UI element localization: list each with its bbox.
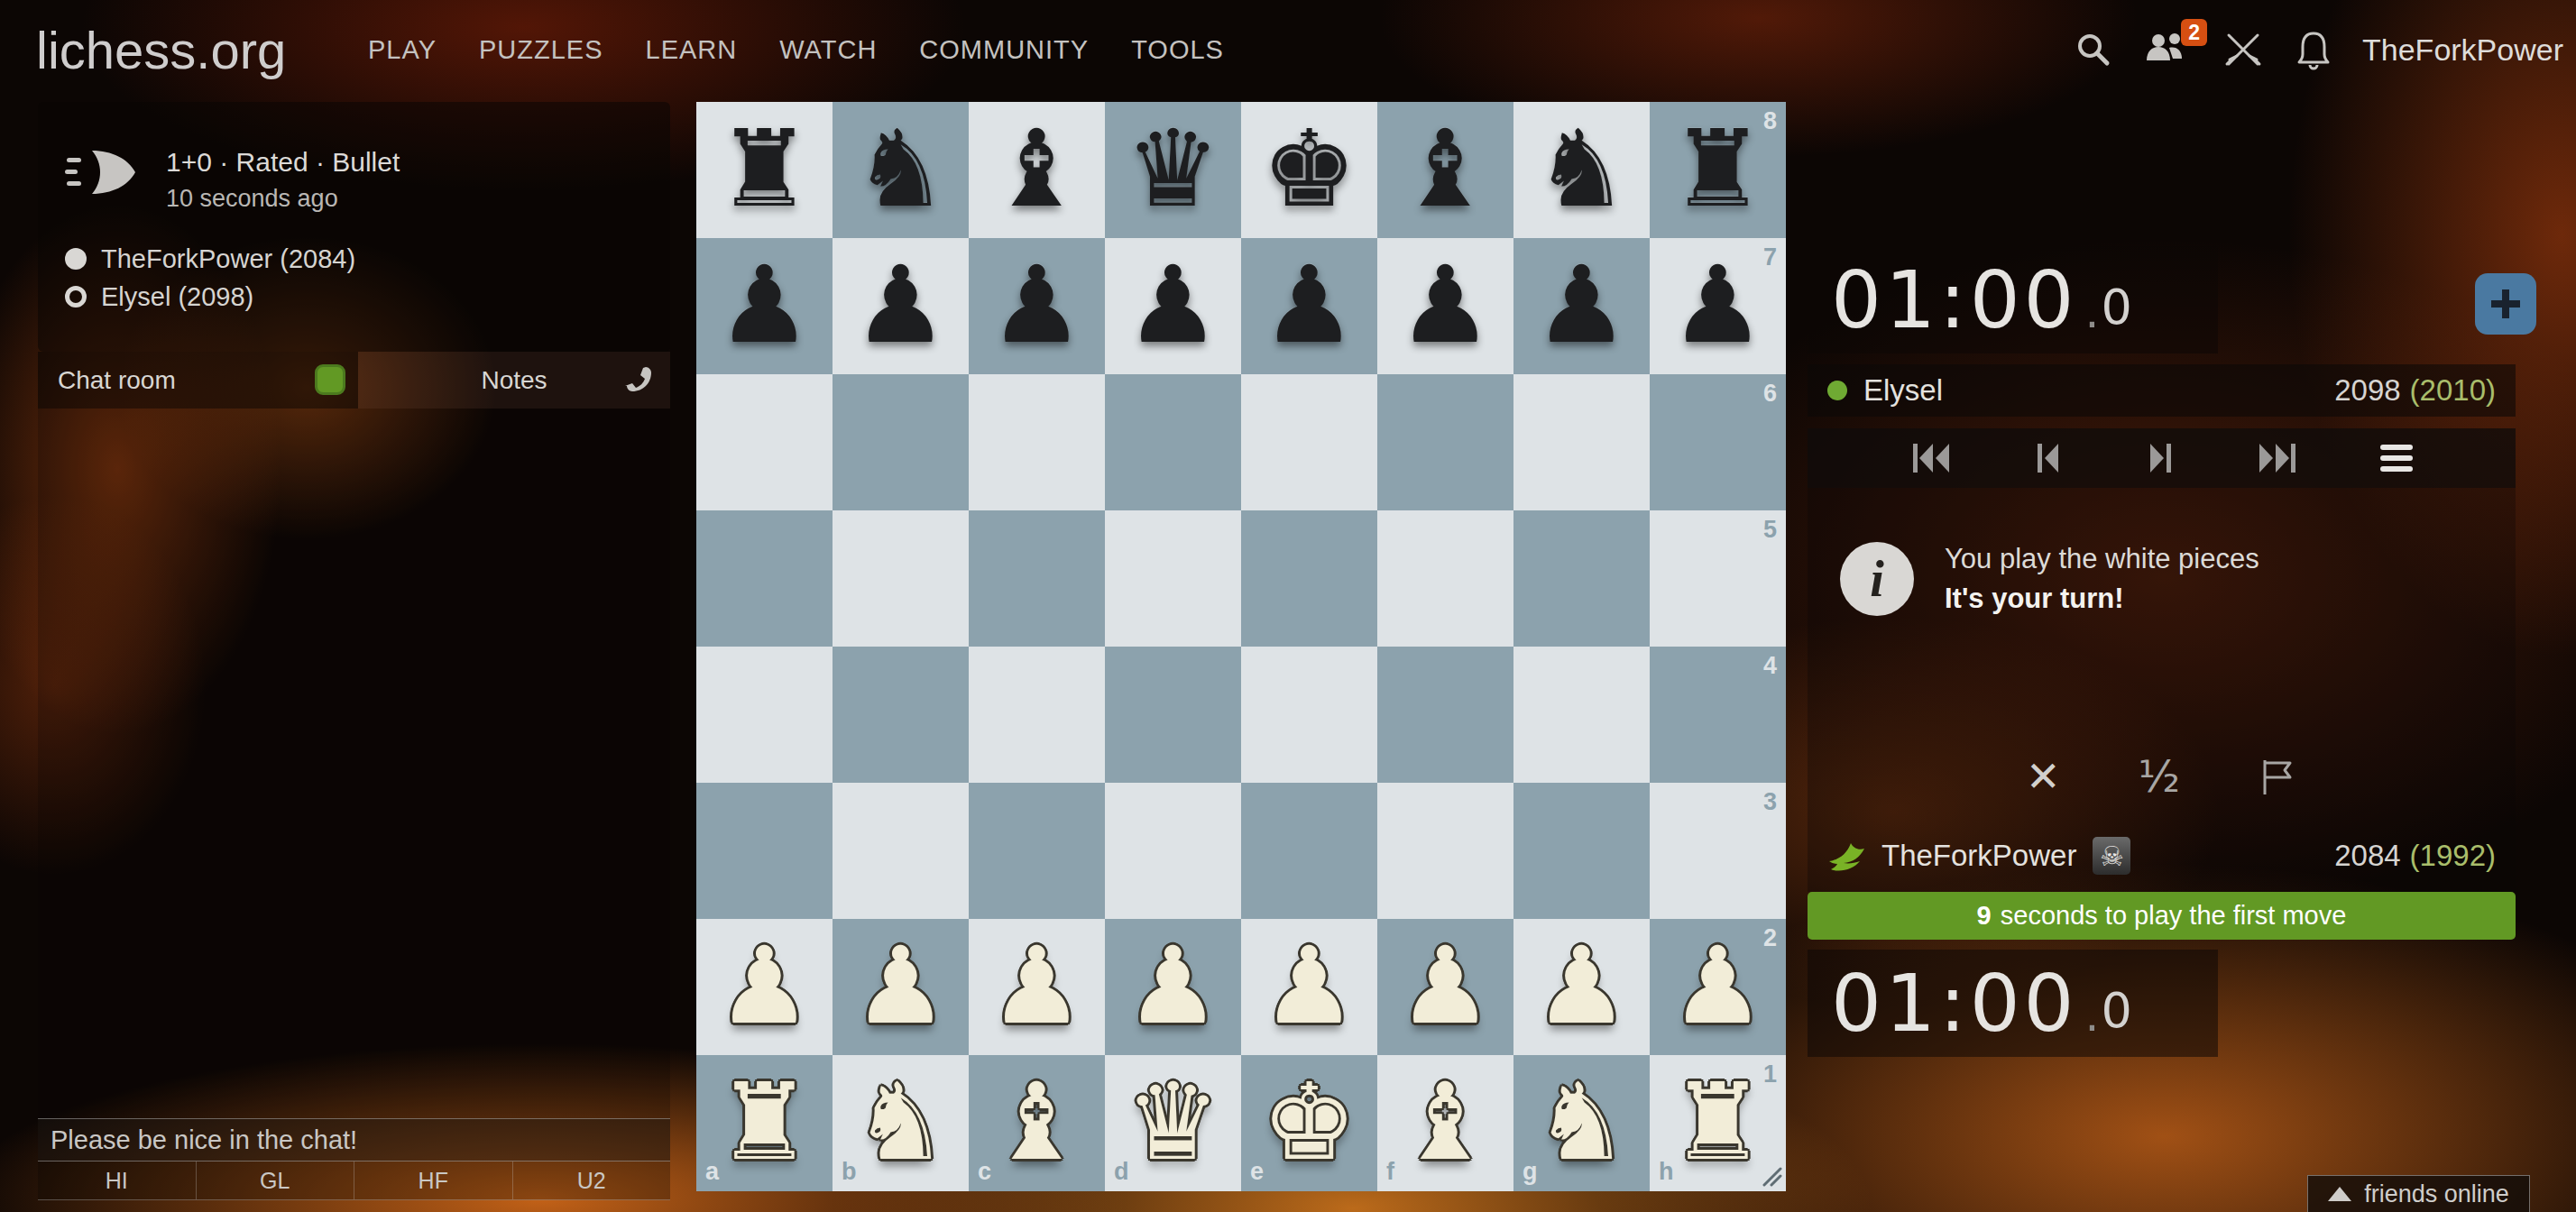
turn-prompt: It's your turn! <box>1945 583 2259 615</box>
chat-tabs: Chat room Notes <box>38 352 670 409</box>
square-e1[interactable]: ♚e <box>1241 1055 1377 1191</box>
move-navigation <box>1808 428 2516 488</box>
resign-flag-button[interactable] <box>2258 757 2297 796</box>
lichess-logo[interactable]: lichess.org <box>36 0 286 99</box>
challenges-swords-icon[interactable] <box>2222 28 2265 71</box>
square-f1[interactable]: ♝f <box>1377 1055 1513 1191</box>
square-a4[interactable] <box>696 647 833 783</box>
square-a3[interactable] <box>696 783 833 919</box>
coord-file-h: h <box>1659 1158 1674 1186</box>
square-a8[interactable]: ♜ <box>696 102 833 238</box>
nav-tools[interactable]: TOOLS <box>1131 35 1224 65</box>
turn-info: i You play the white pieces It's your tu… <box>1840 542 2259 616</box>
square-b3[interactable] <box>833 783 969 919</box>
nav-play[interactable]: PLAY <box>368 35 437 65</box>
square-b5[interactable] <box>833 510 969 647</box>
black-knight-g8: ♞ <box>1513 102 1650 238</box>
go-last-button[interactable] <box>2256 440 2297 476</box>
square-f8[interactable]: ♝ <box>1377 102 1513 238</box>
black-queen-d8: ♛ <box>1105 102 1241 238</box>
square-c8[interactable]: ♝ <box>969 102 1105 238</box>
white-pawn-d2[interactable]: ♟ <box>1105 919 1241 1055</box>
square-h5[interactable]: 5 <box>1650 510 1786 647</box>
clock-black: 01:00.0 <box>1808 246 2218 353</box>
top-nav: lichess.org PLAY PUZZLES LEARN WATCH COM… <box>0 0 2576 99</box>
opponent-bar: Elysel 2098 (2010) <box>1808 364 2516 417</box>
coord-file-c: c <box>978 1158 991 1186</box>
square-b4[interactable] <box>833 647 969 783</box>
square-e4[interactable] <box>1241 647 1377 783</box>
coord-rank-5: 5 <box>1763 516 1777 544</box>
square-b8[interactable]: ♞ <box>833 102 969 238</box>
square-b6[interactable] <box>833 374 969 510</box>
banner-text: seconds to play the first move <box>2001 901 2347 931</box>
coord-rank-6: 6 <box>1763 380 1777 408</box>
black-pawn-a7: ♟ <box>696 238 833 374</box>
opponent-name[interactable]: Elysel <box>1863 373 1943 408</box>
coord-file-e: e <box>1250 1158 1264 1186</box>
friends-icon[interactable]: 2 <box>2142 30 2193 69</box>
square-d2[interactable]: ♟ <box>1105 919 1241 1055</box>
square-f2[interactable]: ♟ <box>1377 919 1513 1055</box>
square-e5[interactable] <box>1241 510 1377 647</box>
white-pawn-g2[interactable]: ♟ <box>1513 919 1650 1055</box>
square-d7[interactable]: ♟ <box>1105 238 1241 374</box>
patron-wings-icon <box>1827 838 1867 874</box>
white-pawn-c2[interactable]: ♟ <box>969 919 1105 1055</box>
square-g2[interactable]: ♟ <box>1513 919 1650 1055</box>
black-player-link[interactable]: Elysel (2098) <box>65 278 643 316</box>
go-first-button[interactable] <box>1911 440 1953 476</box>
info-icon: i <box>1840 542 1914 616</box>
first-move-banner: 9 seconds to play the first move <box>1808 892 2516 940</box>
game-side-panel: 1+0 · Rated · Bullet 10 seconds ago TheF… <box>38 102 670 1199</box>
black-pawn-c7: ♟ <box>969 238 1105 374</box>
black-pawn-f7: ♟ <box>1377 238 1513 374</box>
coord-rank-3: 3 <box>1763 788 1777 816</box>
square-h4[interactable]: 4 <box>1650 647 1786 783</box>
square-c6[interactable] <box>969 374 1105 510</box>
chat-messages <box>38 409 670 1118</box>
tab-chat-room[interactable]: Chat room <box>38 352 358 409</box>
black-player-icon <box>65 286 87 308</box>
preset-u2-button[interactable]: U2 <box>513 1161 671 1199</box>
square-g3[interactable] <box>1513 783 1650 919</box>
square-b2[interactable]: ♟ <box>833 919 969 1055</box>
square-c2[interactable]: ♟ <box>969 919 1105 1055</box>
chess-board: ♜♞♝♛♚♝♞♜8♟♟♟♟♟♟♟♟76543♟♟♟♟♟♟♟♟2♜a♞b♝c♛d♚… <box>696 102 1786 1191</box>
friends-online-bar[interactable]: friends online <box>2307 1175 2530 1212</box>
square-e7[interactable]: ♟ <box>1241 238 1377 374</box>
chat-presets: HI GL HF U2 <box>38 1161 670 1200</box>
coord-file-a: a <box>705 1158 719 1186</box>
square-a2[interactable]: ♟ <box>696 919 833 1055</box>
square-d4[interactable] <box>1105 647 1241 783</box>
player-name[interactable]: TheForkPower <box>1881 839 2076 873</box>
square-b7[interactable]: ♟ <box>833 238 969 374</box>
coord-rank-1: 1 <box>1763 1060 1777 1088</box>
coord-file-f: f <box>1386 1158 1394 1186</box>
chat-toggle[interactable] <box>315 364 345 395</box>
main-menu: PLAY PUZZLES LEARN WATCH COMMUNITY TOOLS <box>368 0 1224 99</box>
nav-community[interactable]: COMMUNITY <box>919 35 1089 65</box>
chat-input[interactable] <box>38 1118 670 1161</box>
go-next-button[interactable] <box>2146 440 2173 476</box>
skull-flair-icon: ☠ <box>2093 837 2130 875</box>
abort-button[interactable]: ✕ <box>2026 752 2061 801</box>
square-c4[interactable] <box>969 647 1105 783</box>
color-info: You play the white pieces <box>1945 543 2259 575</box>
black-pawn-g7: ♟ <box>1513 238 1650 374</box>
game-status-block: i You play the white pieces It's your tu… <box>1808 488 2516 892</box>
white-player-link[interactable]: TheForkPower (2084) <box>65 240 643 278</box>
friends-badge: 2 <box>2181 19 2207 46</box>
black-knight-b8: ♞ <box>833 102 969 238</box>
square-f5[interactable] <box>1377 510 1513 647</box>
square-e8[interactable]: ♚ <box>1241 102 1377 238</box>
square-g7[interactable]: ♟ <box>1513 238 1650 374</box>
square-c5[interactable] <box>969 510 1105 647</box>
nav-watch[interactable]: WATCH <box>779 35 877 65</box>
square-g1[interactable]: ♞g <box>1513 1055 1650 1191</box>
preset-gl-button[interactable]: GL <box>197 1161 355 1199</box>
notifications-bell-icon[interactable] <box>2294 28 2333 71</box>
square-e3[interactable] <box>1241 783 1377 919</box>
player-rating: 2084 <box>2334 839 2400 873</box>
voice-chat-phone-icon[interactable] <box>623 363 656 396</box>
square-d8[interactable]: ♛ <box>1105 102 1241 238</box>
white-pawn-b2[interactable]: ♟ <box>833 919 969 1055</box>
coord-file-b: b <box>842 1158 857 1186</box>
square-d5[interactable] <box>1105 510 1241 647</box>
coord-file-d: d <box>1114 1158 1129 1186</box>
clock-white: 01:00.0 <box>1808 950 2218 1057</box>
white-pawn-a2[interactable]: ♟ <box>696 919 833 1055</box>
square-h3[interactable]: 3 <box>1650 783 1786 919</box>
square-a6[interactable] <box>696 374 833 510</box>
square-e6[interactable] <box>1241 374 1377 510</box>
black-bishop-c8: ♝ <box>969 102 1105 238</box>
black-rook-a8: ♜ <box>696 102 833 238</box>
square-g4[interactable] <box>1513 647 1650 783</box>
square-a1[interactable]: ♜a <box>696 1055 833 1191</box>
coord-rank-4: 4 <box>1763 652 1777 680</box>
white-player-icon <box>65 248 87 270</box>
white-bishop-f1[interactable]: ♝ <box>1377 1055 1513 1191</box>
offer-draw-button[interactable]: ½ <box>2139 751 2181 802</box>
square-g6[interactable] <box>1513 374 1650 510</box>
collapse-arrow-icon <box>2328 1187 2351 1201</box>
preset-hf-button[interactable]: HF <box>354 1161 513 1199</box>
square-c3[interactable] <box>969 783 1105 919</box>
top-icons: 2 TheForkPower <box>2074 0 2563 99</box>
menu-hamburger-icon[interactable] <box>2380 445 2413 472</box>
search-icon[interactable] <box>2074 30 2113 69</box>
game-actions: ✕ ½ <box>1808 751 2516 802</box>
square-d1[interactable]: ♛d <box>1105 1055 1241 1191</box>
time-control: 1+0 · Rated · Bullet <box>166 147 400 178</box>
opponent-rating: 2098 <box>2334 373 2400 408</box>
black-pawn-b7: ♟ <box>833 238 969 374</box>
square-c1[interactable]: ♝c <box>969 1055 1105 1191</box>
coord-rank-8: 8 <box>1763 107 1777 135</box>
black-king-e8: ♚ <box>1241 102 1377 238</box>
tab-notes[interactable]: Notes <box>358 352 670 409</box>
preset-hi-button[interactable]: HI <box>38 1161 197 1199</box>
square-e2[interactable]: ♟ <box>1241 919 1377 1055</box>
square-g8[interactable]: ♞ <box>1513 102 1650 238</box>
square-f6[interactable] <box>1377 374 1513 510</box>
white-pawn-e2[interactable]: ♟ <box>1241 919 1377 1055</box>
coord-file-g: g <box>1523 1158 1538 1186</box>
square-d3[interactable] <box>1105 783 1241 919</box>
white-pawn-f2[interactable]: ♟ <box>1377 919 1513 1055</box>
square-c7[interactable]: ♟ <box>969 238 1105 374</box>
square-a7[interactable]: ♟ <box>696 238 833 374</box>
nav-puzzles[interactable]: PUZZLES <box>479 35 603 65</box>
square-a5[interactable] <box>696 510 833 647</box>
online-dot-icon <box>1827 381 1847 400</box>
give-time-button[interactable] <box>2475 273 2536 335</box>
go-previous-button[interactable] <box>2036 440 2063 476</box>
game-started: 10 seconds ago <box>166 185 400 213</box>
black-pawn-d7: ♟ <box>1105 238 1241 374</box>
square-f3[interactable] <box>1377 783 1513 919</box>
square-d6[interactable] <box>1105 374 1241 510</box>
square-g5[interactable] <box>1513 510 1650 647</box>
nav-learn[interactable]: LEARN <box>646 35 738 65</box>
coord-rank-7: 7 <box>1763 243 1777 271</box>
square-h6[interactable]: 6 <box>1650 374 1786 510</box>
square-b1[interactable]: ♞b <box>833 1055 969 1191</box>
square-h7[interactable]: ♟7 <box>1650 238 1786 374</box>
coord-rank-2: 2 <box>1763 924 1777 952</box>
black-pawn-e7: ♟ <box>1241 238 1377 374</box>
player-perf: (1992) <box>2410 839 2496 873</box>
bullet-icon <box>65 147 143 213</box>
game-meta-box: 1+0 · Rated · Bullet 10 seconds ago TheF… <box>38 102 670 352</box>
square-h2[interactable]: ♟2 <box>1650 919 1786 1055</box>
square-h8[interactable]: ♜8 <box>1650 102 1786 238</box>
username[interactable]: TheForkPower <box>2362 32 2563 68</box>
opponent-perf: (2010) <box>2410 373 2496 408</box>
square-f7[interactable]: ♟ <box>1377 238 1513 374</box>
square-f4[interactable] <box>1377 647 1513 783</box>
player-bar: TheForkPower ☠ 2084 (1992) <box>1808 830 2516 882</box>
black-bishop-f8: ♝ <box>1377 102 1513 238</box>
friends-online-label: friends online <box>2364 1180 2509 1208</box>
seconds-count: 9 <box>1977 901 1992 931</box>
